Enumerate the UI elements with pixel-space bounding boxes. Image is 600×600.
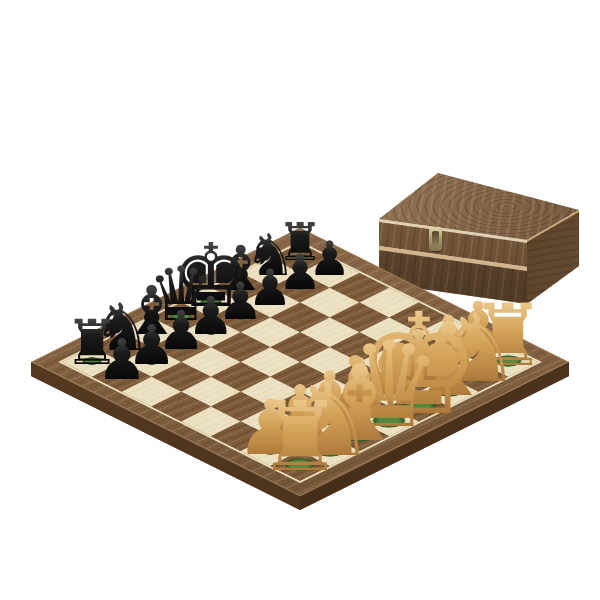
pieces-layer: ♜♞♝♛♚♝♞♜♟♟♟♟♟♟♟♟♟♟♟♟♟♟♟♟♜♞♝♛♚♝♞♜ [0, 0, 600, 600]
piece-black-pawn-a7: ♟ [97, 332, 147, 388]
piece-white-rook-a1: ♜ [257, 389, 343, 485]
chess-set-photo: ♜♞♝♛♚♝♞♜♟♟♟♟♟♟♟♟♟♟♟♟♟♟♟♟♜♞♝♛♚♝♞♜ [0, 0, 600, 600]
